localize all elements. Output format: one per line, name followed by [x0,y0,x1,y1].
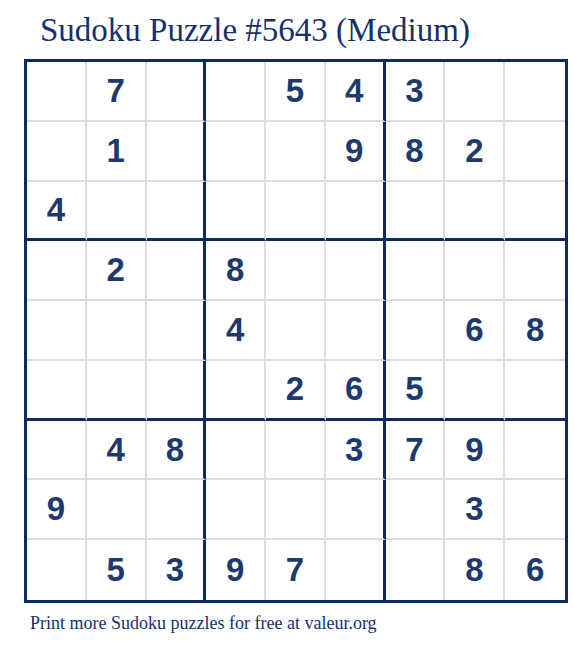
cell-r6c6-given-6: 6 [326,361,386,421]
puzzle-title: Sudoku Puzzle #5643 (Medium) [40,12,470,49]
cell-r4c9-empty [505,241,565,301]
cell-r1c7-given-3: 3 [386,62,446,122]
cell-r4c2-given-2: 2 [87,241,147,301]
cell-r3c3-empty [147,182,207,242]
cell-r7c7-given-7: 7 [386,421,446,481]
cell-r8c7-empty [386,480,446,540]
cell-r3c7-empty [386,182,446,242]
cell-r7c5-empty [266,421,326,481]
cell-r1c3-empty [147,62,207,122]
cell-r7c8-given-9: 9 [445,421,505,481]
cell-r1c5-given-5: 5 [266,62,326,122]
cell-r2c2-given-1: 1 [87,122,147,182]
cell-r8c2-empty [87,480,147,540]
cell-r1c4-empty [206,62,266,122]
cell-r9c9-given-6: 6 [505,540,565,600]
cell-r1c8-empty [445,62,505,122]
cell-r1c2-given-7: 7 [87,62,147,122]
cell-r6c4-empty [206,361,266,421]
cell-r3c4-empty [206,182,266,242]
cell-r7c9-empty [505,421,565,481]
cell-r5c8-given-6: 6 [445,301,505,361]
cell-r6c7-given-5: 5 [386,361,446,421]
cell-r4c3-empty [147,241,207,301]
cell-r9c1-empty [27,540,87,600]
cell-r2c1-empty [27,122,87,182]
cell-r8c1-given-9: 9 [27,480,87,540]
cell-r9c8-given-8: 8 [445,540,505,600]
cell-r5c2-empty [87,301,147,361]
cell-r2c6-given-9: 9 [326,122,386,182]
cell-r7c1-empty [27,421,87,481]
cell-r5c6-empty [326,301,386,361]
cell-r3c1-given-4: 4 [27,182,87,242]
cell-r5c3-empty [147,301,207,361]
cell-r5c7-empty [386,301,446,361]
cell-r9c3-given-3: 3 [147,540,207,600]
cell-r8c6-empty [326,480,386,540]
cell-r8c4-empty [206,480,266,540]
cell-r3c5-empty [266,182,326,242]
cell-r9c7-empty [386,540,446,600]
cell-r7c6-given-3: 3 [326,421,386,481]
cell-r5c9-given-8: 8 [505,301,565,361]
cell-r4c8-empty [445,241,505,301]
cell-r3c6-empty [326,182,386,242]
cell-r4c1-empty [27,241,87,301]
cell-r3c2-empty [87,182,147,242]
cell-r4c5-empty [266,241,326,301]
cell-r2c5-empty [266,122,326,182]
cell-r2c9-empty [505,122,565,182]
cell-r7c2-given-4: 4 [87,421,147,481]
cell-r7c4-empty [206,421,266,481]
cell-r2c3-empty [147,122,207,182]
cell-r4c7-empty [386,241,446,301]
cell-r9c5-given-7: 7 [266,540,326,600]
footer-note: Print more Sudoku puzzles for free at va… [30,613,377,634]
cell-r6c8-empty [445,361,505,421]
cell-r2c8-given-2: 2 [445,122,505,182]
cell-r6c2-empty [87,361,147,421]
cell-r1c6-given-4: 4 [326,62,386,122]
cell-r2c7-given-8: 8 [386,122,446,182]
cell-r9c2-given-5: 5 [87,540,147,600]
cell-r7c3-given-8: 8 [147,421,207,481]
sudoku-board: 754319824284682654837993539786 [24,59,568,603]
cell-r2c4-empty [206,122,266,182]
cell-r8c3-empty [147,480,207,540]
cell-r3c9-empty [505,182,565,242]
cell-r6c1-empty [27,361,87,421]
cell-r4c4-given-8: 8 [206,241,266,301]
cell-r3c8-empty [445,182,505,242]
cell-r6c5-given-2: 2 [266,361,326,421]
cell-r6c3-empty [147,361,207,421]
cell-r4c6-empty [326,241,386,301]
cell-r5c5-empty [266,301,326,361]
cell-r5c1-empty [27,301,87,361]
cell-r9c6-empty [326,540,386,600]
cell-r1c1-empty [27,62,87,122]
cell-r5c4-given-4: 4 [206,301,266,361]
cell-r6c9-empty [505,361,565,421]
cell-r1c9-empty [505,62,565,122]
cell-r9c4-given-9: 9 [206,540,266,600]
cell-r8c8-given-3: 3 [445,480,505,540]
cell-r8c5-empty [266,480,326,540]
cell-r8c9-empty [505,480,565,540]
